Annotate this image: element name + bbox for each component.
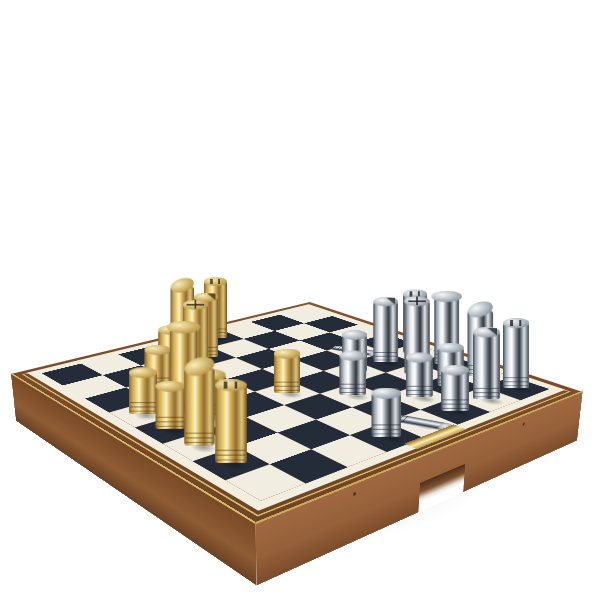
knight-top-detail — [473, 327, 500, 337]
chess-piece-gold-pawn-e1 — [156, 386, 185, 429]
rook-top-detail — [204, 277, 227, 286]
pawn-top-detail — [441, 364, 469, 375]
chess-piece-silver-knight-h7 — [473, 332, 500, 399]
king-top-detail — [183, 300, 209, 310]
pawn-top-detail — [406, 352, 433, 362]
chess-piece-gold-bishop-f1 — [184, 368, 214, 445]
pawn-top-detail — [342, 330, 367, 340]
chess-piece-silver-pawn-h4 — [371, 393, 401, 437]
pawn-top-detail — [129, 367, 157, 378]
pawn-top-detail — [339, 350, 366, 360]
bishop-top-detail — [466, 298, 495, 319]
chess-piece-silver-pawn-g6 — [406, 357, 433, 397]
queen-top-detail — [431, 291, 462, 302]
product-photo-chess-set — [0, 0, 600, 600]
chess-piece-gold-pawn-d1 — [129, 372, 157, 413]
knight-top-detail — [373, 297, 398, 307]
king-top-detail — [404, 296, 429, 306]
pawn-top-detail — [145, 345, 172, 355]
chess-piece-silver-pawn-f5 — [339, 355, 366, 394]
rook-top-detail — [503, 318, 529, 328]
chess-piece-gold-pawn-e4 — [274, 354, 301, 393]
pawn-top-detail — [437, 342, 463, 352]
brass-screw — [523, 422, 525, 426]
chess-piece-silver-pawn-h6 — [441, 370, 469, 411]
rook-top-detail — [215, 379, 247, 391]
chess-piece-silver-knight-e7 — [373, 301, 398, 362]
pawn-top-detail — [156, 380, 185, 391]
queen-top-detail — [167, 321, 201, 334]
brass-screw — [353, 492, 356, 497]
chess-piece-gold-rook-g1 — [215, 385, 247, 463]
pawn-top-detail — [274, 348, 301, 358]
bishop-top-detail — [169, 275, 195, 295]
chess-set — [27, 304, 565, 510]
chess-piece-silver-rook-h8 — [503, 323, 529, 388]
pawn-top-detail — [371, 387, 401, 398]
